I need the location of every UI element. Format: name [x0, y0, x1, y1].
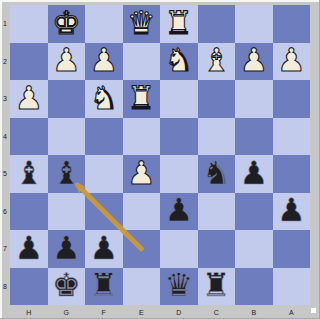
- piece-black-king[interactable]: ♚: [52, 269, 81, 301]
- rank-label-1: 1: [0, 5, 10, 43]
- piece-black-pawn[interactable]: ♟: [52, 232, 81, 264]
- piece-black-bishop[interactable]: ♝: [52, 157, 81, 189]
- chess-board: ♚♛♜♟♟♞♝♟♟♟♞♜♝♝♟♞♟♟♟♟♟♟♚♜♛♜: [10, 5, 310, 305]
- piece-white-pawn[interactable]: ♟: [52, 44, 81, 76]
- square-c3[interactable]: [198, 80, 236, 118]
- rank-label-8: 8: [0, 268, 10, 306]
- square-d4[interactable]: [160, 118, 198, 156]
- square-h6[interactable]: [10, 193, 48, 231]
- square-h4[interactable]: [10, 118, 48, 156]
- piece-white-pawn[interactable]: ♟: [89, 44, 118, 76]
- square-b6[interactable]: [235, 193, 273, 231]
- piece-white-rook[interactable]: ♜: [164, 7, 193, 39]
- square-b4[interactable]: [235, 118, 273, 156]
- square-f6[interactable]: [85, 193, 123, 231]
- square-c1[interactable]: [198, 5, 236, 43]
- square-e3[interactable]: ♜: [123, 80, 161, 118]
- piece-white-queen[interactable]: ♛: [127, 7, 156, 39]
- square-c4[interactable]: [198, 118, 236, 156]
- corner-marker: [311, 308, 316, 313]
- square-c7[interactable]: [198, 230, 236, 268]
- square-b1[interactable]: [235, 5, 273, 43]
- file-label-d: D: [160, 305, 198, 319]
- square-c5[interactable]: ♞: [198, 155, 236, 193]
- square-h3[interactable]: ♟: [10, 80, 48, 118]
- square-a7[interactable]: [273, 230, 311, 268]
- piece-black-pawn[interactable]: ♟: [14, 232, 43, 264]
- square-e5[interactable]: ♟: [123, 155, 161, 193]
- square-g8[interactable]: ♚: [48, 268, 86, 306]
- piece-white-knight[interactable]: ♞: [164, 44, 193, 76]
- square-c8[interactable]: ♜: [198, 268, 236, 306]
- square-h1[interactable]: [10, 5, 48, 43]
- piece-white-pawn[interactable]: ♟: [127, 157, 156, 189]
- square-a2[interactable]: ♟: [273, 43, 311, 81]
- square-f7[interactable]: ♟: [85, 230, 123, 268]
- rank-label-6: 6: [0, 193, 10, 231]
- rank-label-4: 4: [0, 118, 10, 156]
- square-g6[interactable]: [48, 193, 86, 231]
- square-a3[interactable]: [273, 80, 311, 118]
- piece-white-pawn[interactable]: ♟: [14, 82, 43, 114]
- square-e2[interactable]: [123, 43, 161, 81]
- square-c2[interactable]: ♝: [198, 43, 236, 81]
- square-f4[interactable]: [85, 118, 123, 156]
- rank-label-3: 3: [0, 80, 10, 118]
- piece-black-knight[interactable]: ♞: [202, 157, 231, 189]
- square-f5[interactable]: [85, 155, 123, 193]
- square-h5[interactable]: ♝: [10, 155, 48, 193]
- square-b5[interactable]: ♟: [235, 155, 273, 193]
- square-a6[interactable]: ♟: [273, 193, 311, 231]
- piece-white-pawn[interactable]: ♟: [277, 44, 306, 76]
- square-g4[interactable]: [48, 118, 86, 156]
- piece-black-pawn[interactable]: ♟: [277, 194, 306, 226]
- file-label-b: B: [235, 305, 273, 319]
- square-b3[interactable]: [235, 80, 273, 118]
- file-label-a: A: [273, 305, 311, 319]
- piece-white-bishop[interactable]: ♝: [202, 44, 231, 76]
- piece-black-pawn[interactable]: ♟: [89, 232, 118, 264]
- square-h7[interactable]: ♟: [10, 230, 48, 268]
- rank-label-5: 5: [0, 155, 10, 193]
- square-g5[interactable]: ♝: [48, 155, 86, 193]
- square-a5[interactable]: [273, 155, 311, 193]
- square-h2[interactable]: [10, 43, 48, 81]
- piece-black-pawn[interactable]: ♟: [239, 157, 268, 189]
- board-window: 12345678 ♚♛♜♟♟♞♝♟♟♟♞♜♝♝♟♞♟♟♟♟♟♟♚♜♛♜ HGFE…: [0, 0, 320, 319]
- square-g7[interactable]: ♟: [48, 230, 86, 268]
- file-label-f: F: [85, 305, 123, 319]
- square-e7[interactable]: [123, 230, 161, 268]
- piece-white-knight[interactable]: ♞: [89, 82, 118, 114]
- rank-labels: 12345678: [0, 5, 10, 305]
- square-c6[interactable]: [198, 193, 236, 231]
- square-a4[interactable]: [273, 118, 311, 156]
- square-b2[interactable]: ♟: [235, 43, 273, 81]
- square-e8[interactable]: [123, 268, 161, 306]
- square-d7[interactable]: [160, 230, 198, 268]
- square-g2[interactable]: ♟: [48, 43, 86, 81]
- file-label-h: H: [10, 305, 48, 319]
- square-e6[interactable]: [123, 193, 161, 231]
- square-g1[interactable]: ♚: [48, 5, 86, 43]
- square-a1[interactable]: [273, 5, 311, 43]
- square-d5[interactable]: [160, 155, 198, 193]
- square-f1[interactable]: [85, 5, 123, 43]
- square-d3[interactable]: [160, 80, 198, 118]
- piece-black-rook[interactable]: ♜: [89, 269, 118, 301]
- piece-white-pawn[interactable]: ♟: [239, 44, 268, 76]
- square-b8[interactable]: [235, 268, 273, 306]
- square-d6[interactable]: ♟: [160, 193, 198, 231]
- square-e4[interactable]: [123, 118, 161, 156]
- square-f2[interactable]: ♟: [85, 43, 123, 81]
- file-label-e: E: [123, 305, 161, 319]
- rank-label-2: 2: [0, 43, 10, 81]
- piece-black-bishop[interactable]: ♝: [14, 157, 43, 189]
- square-h8[interactable]: [10, 268, 48, 306]
- square-f3[interactable]: ♞: [85, 80, 123, 118]
- file-labels: HGFEDCBA: [10, 305, 310, 319]
- square-f8[interactable]: ♜: [85, 268, 123, 306]
- square-d8[interactable]: ♛: [160, 268, 198, 306]
- square-e1[interactable]: ♛: [123, 5, 161, 43]
- piece-black-rook[interactable]: ♜: [202, 269, 231, 301]
- square-g3[interactable]: [48, 80, 86, 118]
- square-b7[interactable]: [235, 230, 273, 268]
- window-edge-highlight-top: [0, 0, 320, 2]
- square-d2[interactable]: ♞: [160, 43, 198, 81]
- file-label-g: G: [48, 305, 86, 319]
- file-label-c: C: [198, 305, 236, 319]
- square-a8[interactable]: [273, 268, 311, 306]
- square-d1[interactable]: ♜: [160, 5, 198, 43]
- piece-black-pawn[interactable]: ♟: [164, 194, 193, 226]
- rank-label-7: 7: [0, 230, 10, 268]
- piece-white-king[interactable]: ♚: [52, 7, 81, 39]
- piece-white-rook[interactable]: ♜: [127, 82, 156, 114]
- piece-black-queen[interactable]: ♛: [164, 269, 193, 301]
